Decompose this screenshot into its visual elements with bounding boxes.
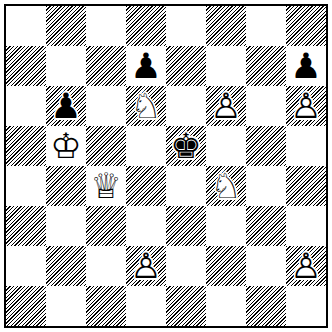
white-pawn-glyph: ♙ (290, 246, 321, 286)
square-a5[interactable] (6, 126, 46, 166)
piece-white-king[interactable]: ♚♔ (46, 126, 86, 166)
black-pawn-glyph: ♟ (50, 86, 81, 126)
square-d6[interactable]: ♞♘ (126, 86, 166, 126)
black-king-glyph: ♚ (170, 126, 201, 166)
square-f6[interactable]: ♟♙ (206, 86, 246, 126)
square-f5[interactable] (206, 126, 246, 166)
square-h6[interactable]: ♟♙ (286, 86, 326, 126)
square-d8[interactable] (126, 6, 166, 46)
square-e6[interactable] (166, 86, 206, 126)
square-e5[interactable]: ♚♚ (166, 126, 206, 166)
square-e7[interactable] (166, 46, 206, 86)
white-pawn-glyph: ♙ (130, 246, 161, 286)
square-b1[interactable] (46, 286, 86, 326)
square-g2[interactable] (246, 246, 286, 286)
white-pawn-glyph: ♙ (290, 86, 321, 126)
square-g8[interactable] (246, 6, 286, 46)
square-b5[interactable]: ♚♔ (46, 126, 86, 166)
square-f2[interactable] (206, 246, 246, 286)
square-c7[interactable] (86, 46, 126, 86)
square-g5[interactable] (246, 126, 286, 166)
square-h4[interactable] (286, 166, 326, 206)
square-g7[interactable] (246, 46, 286, 86)
square-c1[interactable] (86, 286, 126, 326)
square-b8[interactable] (46, 6, 86, 46)
square-a2[interactable] (6, 246, 46, 286)
white-queen-glyph: ♕ (90, 166, 121, 206)
square-f7[interactable] (206, 46, 246, 86)
square-e4[interactable] (166, 166, 206, 206)
square-f4[interactable]: ♞♘ (206, 166, 246, 206)
square-b3[interactable] (46, 206, 86, 246)
piece-white-queen[interactable]: ♛♕ (86, 166, 126, 206)
square-h5[interactable] (286, 126, 326, 166)
square-h8[interactable] (286, 6, 326, 46)
square-h2[interactable]: ♟♙ (286, 246, 326, 286)
square-c3[interactable] (86, 206, 126, 246)
piece-black-pawn[interactable]: ♟♟ (46, 86, 86, 126)
piece-white-pawn[interactable]: ♟♙ (286, 86, 326, 126)
black-pawn-glyph: ♟ (130, 46, 161, 86)
square-e1[interactable] (166, 286, 206, 326)
square-b4[interactable] (46, 166, 86, 206)
square-g1[interactable] (246, 286, 286, 326)
square-f1[interactable] (206, 286, 246, 326)
white-knight-glyph: ♘ (130, 86, 161, 126)
piece-white-pawn[interactable]: ♟♙ (286, 246, 326, 286)
square-g3[interactable] (246, 206, 286, 246)
square-c2[interactable] (86, 246, 126, 286)
square-g6[interactable] (246, 86, 286, 126)
white-knight-glyph: ♘ (210, 166, 241, 206)
piece-black-pawn[interactable]: ♟♟ (286, 46, 326, 86)
square-f8[interactable] (206, 6, 246, 46)
square-a4[interactable] (6, 166, 46, 206)
square-d2[interactable]: ♟♙ (126, 246, 166, 286)
square-g4[interactable] (246, 166, 286, 206)
square-d4[interactable] (126, 166, 166, 206)
square-c8[interactable] (86, 6, 126, 46)
white-king-glyph: ♔ (50, 126, 81, 166)
square-a3[interactable] (6, 206, 46, 246)
square-e2[interactable] (166, 246, 206, 286)
square-c4[interactable]: ♛♕ (86, 166, 126, 206)
square-h1[interactable] (286, 286, 326, 326)
white-pawn-glyph: ♙ (210, 86, 241, 126)
square-d7[interactable]: ♟♟ (126, 46, 166, 86)
chess-diagram: ♟♟♟♟♟♟♞♘♟♙♟♙♚♔♚♚♛♕♞♘♟♙♟♙ (0, 0, 332, 332)
square-b2[interactable] (46, 246, 86, 286)
piece-white-pawn[interactable]: ♟♙ (126, 246, 166, 286)
piece-white-knight[interactable]: ♞♘ (126, 86, 166, 126)
piece-black-king[interactable]: ♚♚ (166, 126, 206, 166)
square-h7[interactable]: ♟♟ (286, 46, 326, 86)
square-e8[interactable] (166, 6, 206, 46)
chess-board: ♟♟♟♟♟♟♞♘♟♙♟♙♚♔♚♚♛♕♞♘♟♙♟♙ (6, 6, 326, 326)
black-pawn-glyph: ♟ (290, 46, 321, 86)
square-c6[interactable] (86, 86, 126, 126)
square-b6[interactable]: ♟♟ (46, 86, 86, 126)
square-d1[interactable] (126, 286, 166, 326)
square-d3[interactable] (126, 206, 166, 246)
board-frame: ♟♟♟♟♟♟♞♘♟♙♟♙♚♔♚♚♛♕♞♘♟♙♟♙ (4, 4, 328, 328)
piece-white-knight[interactable]: ♞♘ (206, 166, 246, 206)
piece-black-pawn[interactable]: ♟♟ (126, 46, 166, 86)
square-a6[interactable] (6, 86, 46, 126)
square-a1[interactable] (6, 286, 46, 326)
square-h3[interactable] (286, 206, 326, 246)
square-e3[interactable] (166, 206, 206, 246)
square-a8[interactable] (6, 6, 46, 46)
square-b7[interactable] (46, 46, 86, 86)
square-c5[interactable] (86, 126, 126, 166)
piece-white-pawn[interactable]: ♟♙ (206, 86, 246, 126)
square-d5[interactable] (126, 126, 166, 166)
square-f3[interactable] (206, 206, 246, 246)
square-a7[interactable] (6, 46, 46, 86)
